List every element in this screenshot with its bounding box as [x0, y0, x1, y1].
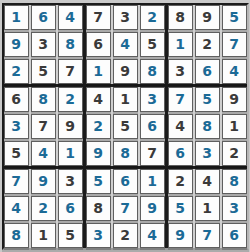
cell-r9c1[interactable]: 8 — [4, 223, 29, 248]
cell-r6c5[interactable]: 8 — [113, 141, 138, 166]
box-3-1: 793426815 — [4, 169, 83, 248]
cell-r5c6[interactable]: 6 — [140, 114, 165, 139]
box-1-2: 732645198 — [86, 5, 165, 84]
cell-r6c1[interactable]: 5 — [4, 141, 29, 166]
cell-r1c3[interactable]: 4 — [58, 5, 83, 30]
cell-r3c6[interactable]: 8 — [140, 59, 165, 84]
cell-r7c5[interactable]: 6 — [113, 169, 138, 194]
cell-r2c1[interactable]: 9 — [4, 32, 29, 57]
cell-r5c8[interactable]: 8 — [195, 114, 220, 139]
cell-r3c7[interactable]: 3 — [168, 59, 193, 84]
cell-r8c9[interactable]: 3 — [222, 196, 247, 221]
cell-r6c2[interactable]: 4 — [31, 141, 56, 166]
cell-r7c1[interactable]: 7 — [4, 169, 29, 194]
cell-r2c3[interactable]: 8 — [58, 32, 83, 57]
cell-r1c5[interactable]: 3 — [113, 5, 138, 30]
cell-r9c2[interactable]: 1 — [31, 223, 56, 248]
sudoku-board: 1649382577326451988951273646823795414132… — [2, 3, 249, 250]
cell-r5c7[interactable]: 4 — [168, 114, 193, 139]
cell-r6c8[interactable]: 3 — [195, 141, 220, 166]
cell-r4c5[interactable]: 1 — [113, 87, 138, 112]
cell-r6c3[interactable]: 1 — [58, 141, 83, 166]
cell-r6c6[interactable]: 7 — [140, 141, 165, 166]
cell-r2c4[interactable]: 6 — [86, 32, 111, 57]
cell-r1c6[interactable]: 2 — [140, 5, 165, 30]
cell-r9c9[interactable]: 6 — [222, 223, 247, 248]
box-3-2: 561879324 — [86, 169, 165, 248]
cell-r6c4[interactable]: 9 — [86, 141, 111, 166]
cell-r4c4[interactable]: 4 — [86, 87, 111, 112]
cell-r1c8[interactable]: 9 — [195, 5, 220, 30]
cell-r3c8[interactable]: 6 — [195, 59, 220, 84]
box-2-2: 413256987 — [86, 87, 165, 166]
cell-r4c6[interactable]: 3 — [140, 87, 165, 112]
cell-r9c4[interactable]: 3 — [86, 223, 111, 248]
cell-r1c2[interactable]: 6 — [31, 5, 56, 30]
cell-r7c8[interactable]: 4 — [195, 169, 220, 194]
cell-r3c2[interactable]: 5 — [31, 59, 56, 84]
cell-r4c1[interactable]: 6 — [4, 87, 29, 112]
cell-r1c7[interactable]: 8 — [168, 5, 193, 30]
cell-r3c4[interactable]: 1 — [86, 59, 111, 84]
cell-r3c1[interactable]: 2 — [4, 59, 29, 84]
cell-r9c8[interactable]: 7 — [195, 223, 220, 248]
cell-r3c9[interactable]: 4 — [222, 59, 247, 84]
cell-r5c5[interactable]: 5 — [113, 114, 138, 139]
cell-r4c3[interactable]: 2 — [58, 87, 83, 112]
cell-r2c5[interactable]: 4 — [113, 32, 138, 57]
cell-r3c5[interactable]: 9 — [113, 59, 138, 84]
cell-r2c7[interactable]: 1 — [168, 32, 193, 57]
cell-r9c5[interactable]: 2 — [113, 223, 138, 248]
cell-r7c9[interactable]: 8 — [222, 169, 247, 194]
cell-r2c2[interactable]: 3 — [31, 32, 56, 57]
cell-r2c8[interactable]: 2 — [195, 32, 220, 57]
cell-r5c4[interactable]: 2 — [86, 114, 111, 139]
cell-r4c9[interactable]: 9 — [222, 87, 247, 112]
sudoku-app: 1649382577326451988951273646823795414132… — [0, 0, 250, 252]
cell-r6c9[interactable]: 2 — [222, 141, 247, 166]
cell-r8c3[interactable]: 6 — [58, 196, 83, 221]
cell-r4c2[interactable]: 8 — [31, 87, 56, 112]
cell-r9c6[interactable]: 4 — [140, 223, 165, 248]
cell-r7c2[interactable]: 9 — [31, 169, 56, 194]
cell-r6c7[interactable]: 6 — [168, 141, 193, 166]
cell-r1c9[interactable]: 5 — [222, 5, 247, 30]
cell-r5c1[interactable]: 3 — [4, 114, 29, 139]
box-3-3: 248513976 — [168, 169, 247, 248]
cell-r4c7[interactable]: 7 — [168, 87, 193, 112]
cell-r8c8[interactable]: 1 — [195, 196, 220, 221]
cell-r2c6[interactable]: 5 — [140, 32, 165, 57]
cell-r8c4[interactable]: 8 — [86, 196, 111, 221]
box-1-1: 164938257 — [4, 5, 83, 84]
cell-r1c1[interactable]: 1 — [4, 5, 29, 30]
cell-r3c3[interactable]: 7 — [58, 59, 83, 84]
cell-r9c7[interactable]: 9 — [168, 223, 193, 248]
box-1-3: 895127364 — [168, 5, 247, 84]
cell-r2c9[interactable]: 7 — [222, 32, 247, 57]
cell-r8c1[interactable]: 4 — [4, 196, 29, 221]
box-2-3: 759481632 — [168, 87, 247, 166]
cell-r7c4[interactable]: 5 — [86, 169, 111, 194]
cell-r5c3[interactable]: 9 — [58, 114, 83, 139]
cell-r1c4[interactable]: 7 — [86, 5, 111, 30]
cell-r5c9[interactable]: 1 — [222, 114, 247, 139]
cell-r4c8[interactable]: 5 — [195, 87, 220, 112]
cell-r8c6[interactable]: 9 — [140, 196, 165, 221]
cell-r7c3[interactable]: 3 — [58, 169, 83, 194]
cell-r8c2[interactable]: 2 — [31, 196, 56, 221]
cell-r8c7[interactable]: 5 — [168, 196, 193, 221]
cell-r7c6[interactable]: 1 — [140, 169, 165, 194]
box-2-1: 682379541 — [4, 87, 83, 166]
cell-r7c7[interactable]: 2 — [168, 169, 193, 194]
cell-r9c3[interactable]: 5 — [58, 223, 83, 248]
cell-r5c2[interactable]: 7 — [31, 114, 56, 139]
cell-r8c5[interactable]: 7 — [113, 196, 138, 221]
